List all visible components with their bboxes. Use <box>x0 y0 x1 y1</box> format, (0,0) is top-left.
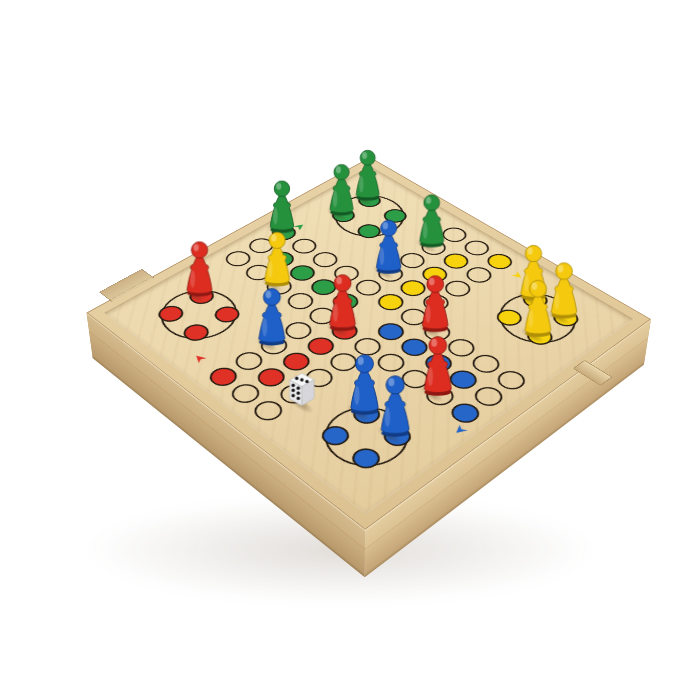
pawn-yellow-4[interactable] <box>260 230 293 288</box>
start-field-blue <box>446 399 485 426</box>
start-field-yellow <box>482 251 517 272</box>
pawn-red-3[interactable] <box>420 334 456 397</box>
pawn-green-2[interactable] <box>326 162 357 216</box>
goal-field-red <box>302 334 339 359</box>
pawn-blue-4[interactable] <box>254 286 289 346</box>
track-field <box>249 397 288 424</box>
pawn-blue-3[interactable] <box>372 218 405 275</box>
track-field <box>467 351 505 376</box>
goal-field-blue <box>373 319 410 343</box>
start-arrow-red <box>190 353 209 366</box>
scene <box>158 106 578 526</box>
goal-field-yellow <box>439 250 474 271</box>
pawn-red-1[interactable] <box>183 239 217 297</box>
printed-graphics-layer <box>87 157 651 530</box>
track-field <box>461 264 496 286</box>
track-field <box>469 383 508 410</box>
pawn-red-4[interactable] <box>325 272 360 332</box>
board-3d <box>87 157 651 530</box>
goal-field-yellow <box>373 290 409 313</box>
pawn-green-4[interactable] <box>416 193 448 249</box>
start-arrow-blue <box>452 424 472 438</box>
die[interactable] <box>285 370 318 407</box>
start-field-red <box>204 364 242 390</box>
box-top-frame <box>87 157 651 530</box>
pawn-red-2[interactable] <box>418 273 453 333</box>
home-field-red <box>210 303 245 326</box>
home-field-blue <box>347 444 386 472</box>
pawn-blue-2[interactable] <box>376 373 414 438</box>
pawn-yellow-3[interactable] <box>520 278 555 338</box>
pawn-green-3[interactable] <box>266 179 298 234</box>
track-field <box>492 367 530 393</box>
